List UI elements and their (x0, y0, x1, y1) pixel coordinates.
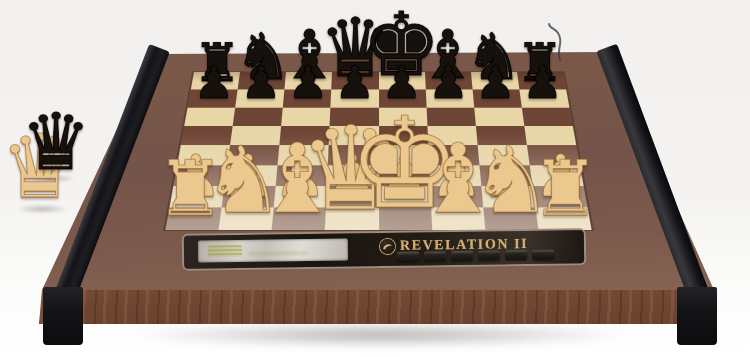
piece-white-r-h1[interactable]: ♜ (531, 151, 599, 227)
lcd-pixels-faint (248, 251, 308, 256)
phoenix-emblem-icon (380, 239, 395, 254)
lcd-pixels (208, 245, 242, 257)
scene: REVELATION II ♜♞♝♛♚♝♞♜♟♟♟♟♟♟♟♟♟♟♟♟♟♟♟♟♜♞… (0, 0, 750, 357)
panel-button-5[interactable] (505, 250, 527, 260)
square-h6[interactable] (522, 107, 573, 126)
lcd-display (198, 239, 348, 263)
panel-button-6[interactable] (532, 250, 554, 260)
panel-button-4[interactable] (478, 250, 500, 260)
piece-black-p-b7[interactable]: ♟ (241, 60, 281, 105)
panel-button-1[interactable] (397, 252, 419, 262)
panel-button-row (397, 250, 557, 262)
square-a6[interactable] (184, 107, 235, 126)
piece-black-p-a7[interactable]: ♟ (194, 60, 234, 105)
panel-button-3[interactable] (451, 251, 473, 261)
piece-black-p-h7[interactable]: ♟ (522, 60, 562, 105)
spare-black-queen[interactable]: ♛ (21, 103, 91, 181)
piece-black-p-g7[interactable]: ♟ (475, 60, 515, 105)
panel-button-2[interactable] (424, 251, 446, 261)
left-foot-block (43, 287, 83, 345)
right-foot-block (677, 287, 717, 345)
piece-black-p-c7[interactable]: ♟ (288, 60, 328, 105)
